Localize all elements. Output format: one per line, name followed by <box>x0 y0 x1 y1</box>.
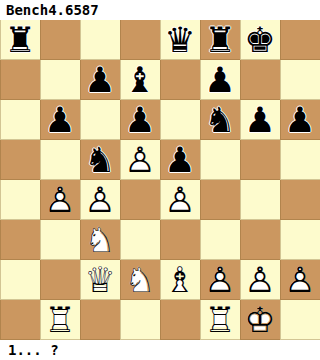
square-f4[interactable] <box>200 180 240 220</box>
square-f5[interactable] <box>200 140 240 180</box>
square-a4[interactable] <box>0 180 40 220</box>
square-g8[interactable]: ♚ <box>240 20 280 60</box>
white-pawn[interactable]: ♟♙ <box>284 263 315 298</box>
black-pawn[interactable]: ♟ <box>284 103 315 138</box>
black-knight[interactable]: ♞ <box>84 143 115 178</box>
white-rook[interactable]: ♜♖ <box>204 303 235 338</box>
square-b4[interactable]: ♟♙ <box>40 180 80 220</box>
chess-app: Bench4.6587 ♜♛♜♚♟♝♟♟♟♞♟♟♞♟♙♟♟♙♟♙♟♙♞♘♛♕♞♘… <box>0 0 320 360</box>
square-e7[interactable] <box>160 60 200 100</box>
square-c3[interactable]: ♞♘ <box>80 220 120 260</box>
square-e8[interactable]: ♛ <box>160 20 200 60</box>
white-king[interactable]: ♚♔ <box>244 303 275 338</box>
square-e4[interactable]: ♟♙ <box>160 180 200 220</box>
square-c2[interactable]: ♛♕ <box>80 260 120 300</box>
square-b5[interactable] <box>40 140 80 180</box>
black-bishop[interactable]: ♝ <box>124 63 155 98</box>
white-knight[interactable]: ♞♘ <box>84 223 115 258</box>
square-h8[interactable] <box>280 20 320 60</box>
square-h4[interactable] <box>280 180 320 220</box>
square-c6[interactable] <box>80 100 120 140</box>
title-bar: Bench4.6587 <box>0 0 320 20</box>
square-e2[interactable]: ♝♗ <box>160 260 200 300</box>
black-pawn[interactable]: ♟ <box>164 143 195 178</box>
square-e3[interactable] <box>160 220 200 260</box>
square-c5[interactable]: ♞ <box>80 140 120 180</box>
black-pawn[interactable]: ♟ <box>244 103 275 138</box>
square-h3[interactable] <box>280 220 320 260</box>
square-d4[interactable] <box>120 180 160 220</box>
black-pawn[interactable]: ♟ <box>84 63 115 98</box>
square-d3[interactable] <box>120 220 160 260</box>
black-pawn[interactable]: ♟ <box>124 103 155 138</box>
square-h2[interactable]: ♟♙ <box>280 260 320 300</box>
square-a8[interactable]: ♜ <box>0 20 40 60</box>
square-h5[interactable] <box>280 140 320 180</box>
square-g2[interactable]: ♟♙ <box>240 260 280 300</box>
square-f2[interactable]: ♟♙ <box>200 260 240 300</box>
square-c4[interactable]: ♟♙ <box>80 180 120 220</box>
white-pawn[interactable]: ♟♙ <box>44 183 75 218</box>
square-d2[interactable]: ♞♘ <box>120 260 160 300</box>
square-a6[interactable] <box>0 100 40 140</box>
white-pawn[interactable]: ♟♙ <box>204 263 235 298</box>
square-d7[interactable]: ♝ <box>120 60 160 100</box>
black-rook[interactable]: ♜ <box>4 23 35 58</box>
black-rook[interactable]: ♜ <box>204 23 235 58</box>
square-a5[interactable] <box>0 140 40 180</box>
white-pawn[interactable]: ♟♙ <box>244 263 275 298</box>
square-b3[interactable] <box>40 220 80 260</box>
square-f3[interactable] <box>200 220 240 260</box>
square-g3[interactable] <box>240 220 280 260</box>
square-g7[interactable] <box>240 60 280 100</box>
square-f8[interactable]: ♜ <box>200 20 240 60</box>
page-title: Bench4.6587 <box>6 2 99 18</box>
white-pawn[interactable]: ♟♙ <box>124 143 155 178</box>
white-rook[interactable]: ♜♖ <box>44 303 75 338</box>
square-e1[interactable] <box>160 300 200 340</box>
square-a1[interactable] <box>0 300 40 340</box>
white-pawn[interactable]: ♟♙ <box>84 183 115 218</box>
square-e6[interactable] <box>160 100 200 140</box>
square-h1[interactable] <box>280 300 320 340</box>
square-b1[interactable]: ♜♖ <box>40 300 80 340</box>
square-e5[interactable]: ♟ <box>160 140 200 180</box>
white-queen[interactable]: ♛♕ <box>84 263 115 298</box>
square-h7[interactable] <box>280 60 320 100</box>
square-g1[interactable]: ♚♔ <box>240 300 280 340</box>
square-b7[interactable] <box>40 60 80 100</box>
square-d8[interactable] <box>120 20 160 60</box>
square-c8[interactable] <box>80 20 120 60</box>
square-g5[interactable] <box>240 140 280 180</box>
square-d6[interactable]: ♟ <box>120 100 160 140</box>
square-g6[interactable]: ♟ <box>240 100 280 140</box>
white-pawn[interactable]: ♟♙ <box>164 183 195 218</box>
square-a3[interactable] <box>0 220 40 260</box>
square-b6[interactable]: ♟ <box>40 100 80 140</box>
square-h6[interactable]: ♟ <box>280 100 320 140</box>
move-prompt: 1... ? <box>8 342 59 358</box>
square-f7[interactable]: ♟ <box>200 60 240 100</box>
square-c7[interactable]: ♟ <box>80 60 120 100</box>
square-a7[interactable] <box>0 60 40 100</box>
square-f6[interactable]: ♞ <box>200 100 240 140</box>
black-pawn[interactable]: ♟ <box>204 63 235 98</box>
square-b8[interactable] <box>40 20 80 60</box>
white-knight[interactable]: ♞♘ <box>124 263 155 298</box>
black-queen[interactable]: ♛ <box>164 23 195 58</box>
square-g4[interactable] <box>240 180 280 220</box>
status-bar: 1... ? <box>0 340 320 360</box>
square-c1[interactable] <box>80 300 120 340</box>
black-king[interactable]: ♚ <box>244 23 275 58</box>
square-d5[interactable]: ♟♙ <box>120 140 160 180</box>
square-f1[interactable]: ♜♖ <box>200 300 240 340</box>
square-a2[interactable] <box>0 260 40 300</box>
chess-board: ♜♛♜♚♟♝♟♟♟♞♟♟♞♟♙♟♟♙♟♙♟♙♞♘♛♕♞♘♝♗♟♙♟♙♟♙♜♖♜♖… <box>0 20 320 340</box>
black-pawn[interactable]: ♟ <box>44 103 75 138</box>
white-bishop[interactable]: ♝♗ <box>164 263 195 298</box>
square-d1[interactable] <box>120 300 160 340</box>
black-knight[interactable]: ♞ <box>204 103 235 138</box>
square-b2[interactable] <box>40 260 80 300</box>
